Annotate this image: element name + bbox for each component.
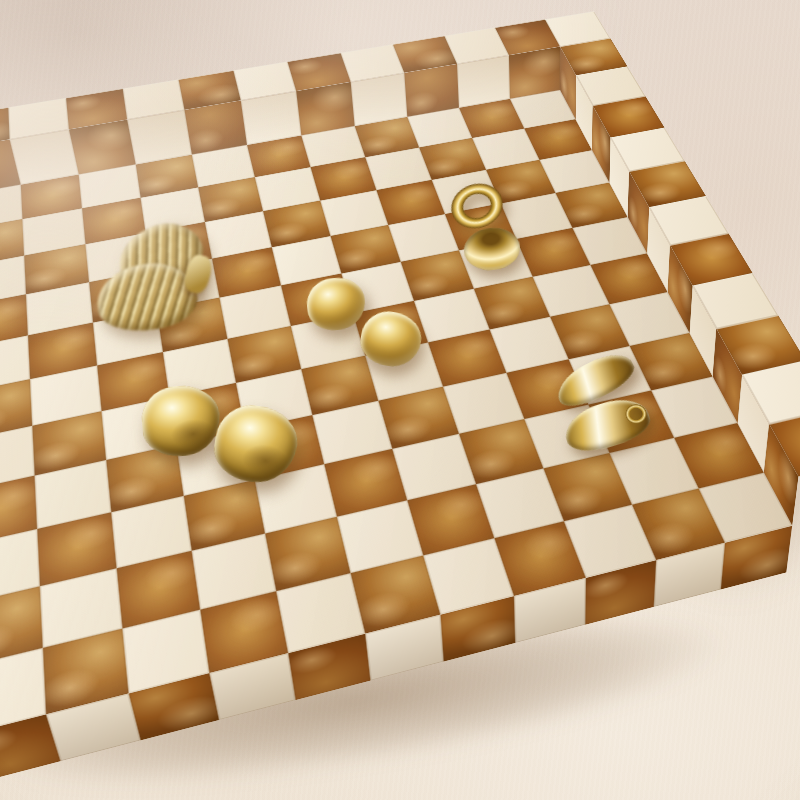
photo-scene (0, 0, 800, 800)
wall-square (404, 64, 459, 117)
wall-square (351, 73, 408, 126)
wall-square (296, 82, 355, 135)
wall-square (241, 91, 302, 145)
wall-square (127, 110, 192, 164)
wall-square (457, 55, 510, 108)
wall-square (509, 47, 560, 99)
wall-square (184, 100, 247, 154)
